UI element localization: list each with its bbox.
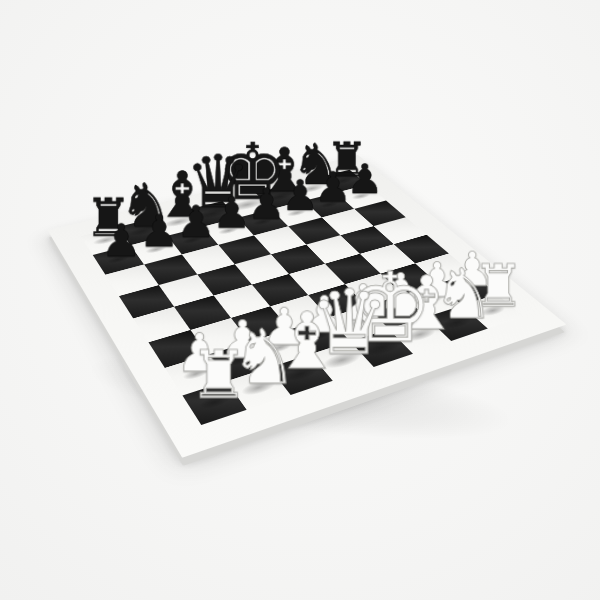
white-rook: ♜ [135,343,303,409]
square-a1: ♜ [182,381,246,425]
black-pawn: ♟ [52,218,190,263]
studio-scene: ♜♞♝♛♚♝♞♜♟♟♟♟♟♟♟♟♟♟♟♟♟♟♟♟♜♞♝♛♚♝♞♜ [0,0,600,600]
